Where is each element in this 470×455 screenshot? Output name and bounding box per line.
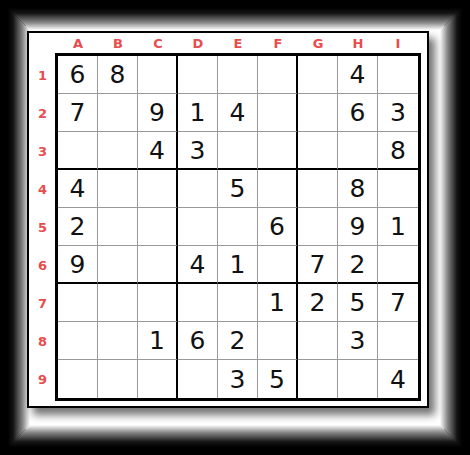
cell-I1[interactable] [378,56,418,94]
cell-F7[interactable]: 1 [258,284,298,322]
cell-E8[interactable]: 2 [218,322,258,360]
cell-E2[interactable]: 4 [218,94,258,132]
col-label-A: A [58,36,98,52]
cell-D1[interactable] [178,56,218,94]
cell-C5[interactable] [138,208,178,246]
cell-A3[interactable] [58,132,98,170]
cell-E1[interactable] [218,56,258,94]
cell-E6[interactable]: 1 [218,246,258,284]
cell-H4[interactable]: 8 [338,170,378,208]
cell-E5[interactable] [218,208,258,246]
cell-C8[interactable]: 1 [138,322,178,360]
cell-H3[interactable] [338,132,378,170]
cell-B2[interactable] [98,94,138,132]
framed-board: ABCDEFGHI 123456789 68479146343845826919… [0,0,470,455]
cell-G2[interactable] [298,94,338,132]
cell-A6[interactable]: 9 [58,246,98,284]
cell-F1[interactable] [258,56,298,94]
row-label-2: 2 [33,94,52,132]
cell-I2[interactable]: 3 [378,94,418,132]
row-labels: 123456789 [33,56,52,398]
cell-F3[interactable] [258,132,298,170]
cell-D5[interactable] [178,208,218,246]
row-label-7: 7 [33,284,52,322]
cell-H9[interactable] [338,360,378,398]
col-label-D: D [178,36,218,52]
cell-H6[interactable]: 2 [338,246,378,284]
cell-D6[interactable]: 4 [178,246,218,284]
cell-F4[interactable] [258,170,298,208]
cell-G3[interactable] [298,132,338,170]
column-labels: ABCDEFGHI [58,36,418,52]
cell-C1[interactable] [138,56,178,94]
cell-F9[interactable]: 5 [258,360,298,398]
cell-A5[interactable]: 2 [58,208,98,246]
cell-G8[interactable] [298,322,338,360]
board-panel: ABCDEFGHI 123456789 68479146343845826919… [27,31,429,408]
cell-B4[interactable] [98,170,138,208]
cell-H1[interactable]: 4 [338,56,378,94]
cell-I5[interactable]: 1 [378,208,418,246]
cell-B1[interactable]: 8 [98,56,138,94]
cell-F5[interactable]: 6 [258,208,298,246]
cell-I4[interactable] [378,170,418,208]
cell-G5[interactable] [298,208,338,246]
cell-B3[interactable] [98,132,138,170]
cell-G1[interactable] [298,56,338,94]
cell-A2[interactable]: 7 [58,94,98,132]
col-label-F: F [258,36,298,52]
cell-D7[interactable] [178,284,218,322]
cell-B8[interactable] [98,322,138,360]
cell-F8[interactable] [258,322,298,360]
cell-I8[interactable] [378,322,418,360]
cell-H2[interactable]: 6 [338,94,378,132]
cell-H8[interactable]: 3 [338,322,378,360]
cell-G7[interactable]: 2 [298,284,338,322]
row-label-9: 9 [33,360,52,398]
cell-D8[interactable]: 6 [178,322,218,360]
cell-D2[interactable]: 1 [178,94,218,132]
sudoku-grid: 68479146343845826919417212571623354 [55,53,421,401]
row-label-4: 4 [33,170,52,208]
cell-F6[interactable] [258,246,298,284]
cell-C7[interactable] [138,284,178,322]
row-label-6: 6 [33,246,52,284]
cell-G4[interactable] [298,170,338,208]
cell-C3[interactable]: 4 [138,132,178,170]
col-label-C: C [138,36,178,52]
row-label-5: 5 [33,208,52,246]
cell-G9[interactable] [298,360,338,398]
cell-A8[interactable] [58,322,98,360]
cell-D3[interactable]: 3 [178,132,218,170]
col-label-I: I [378,36,418,52]
cell-B9[interactable] [98,360,138,398]
cell-C6[interactable] [138,246,178,284]
row-label-1: 1 [33,56,52,94]
cell-H7[interactable]: 5 [338,284,378,322]
cell-C4[interactable] [138,170,178,208]
cell-H5[interactable]: 9 [338,208,378,246]
col-label-G: G [298,36,338,52]
row-label-8: 8 [33,322,52,360]
cell-C9[interactable] [138,360,178,398]
cell-E9[interactable]: 3 [218,360,258,398]
frame-bevel-right [440,0,470,455]
cell-F2[interactable] [258,94,298,132]
col-label-B: B [98,36,138,52]
cell-I9[interactable]: 4 [378,360,418,398]
cell-C2[interactable]: 9 [138,94,178,132]
cell-B6[interactable] [98,246,138,284]
cell-E7[interactable] [218,284,258,322]
frame-bevel-bottom [0,425,470,455]
row-label-3: 3 [33,132,52,170]
col-label-E: E [218,36,258,52]
cell-E3[interactable] [218,132,258,170]
cell-A1[interactable]: 6 [58,56,98,94]
cell-A9[interactable] [58,360,98,398]
cell-I3[interactable]: 8 [378,132,418,170]
cell-G6[interactable]: 7 [298,246,338,284]
cell-D4[interactable] [178,170,218,208]
cell-A4[interactable]: 4 [58,170,98,208]
cell-I6[interactable] [378,246,418,284]
cell-B7[interactable] [98,284,138,322]
col-label-H: H [338,36,378,52]
cell-E4[interactable]: 5 [218,170,258,208]
cell-A7[interactable] [58,284,98,322]
cell-D9[interactable] [178,360,218,398]
cell-I7[interactable]: 7 [378,284,418,322]
cell-B5[interactable] [98,208,138,246]
